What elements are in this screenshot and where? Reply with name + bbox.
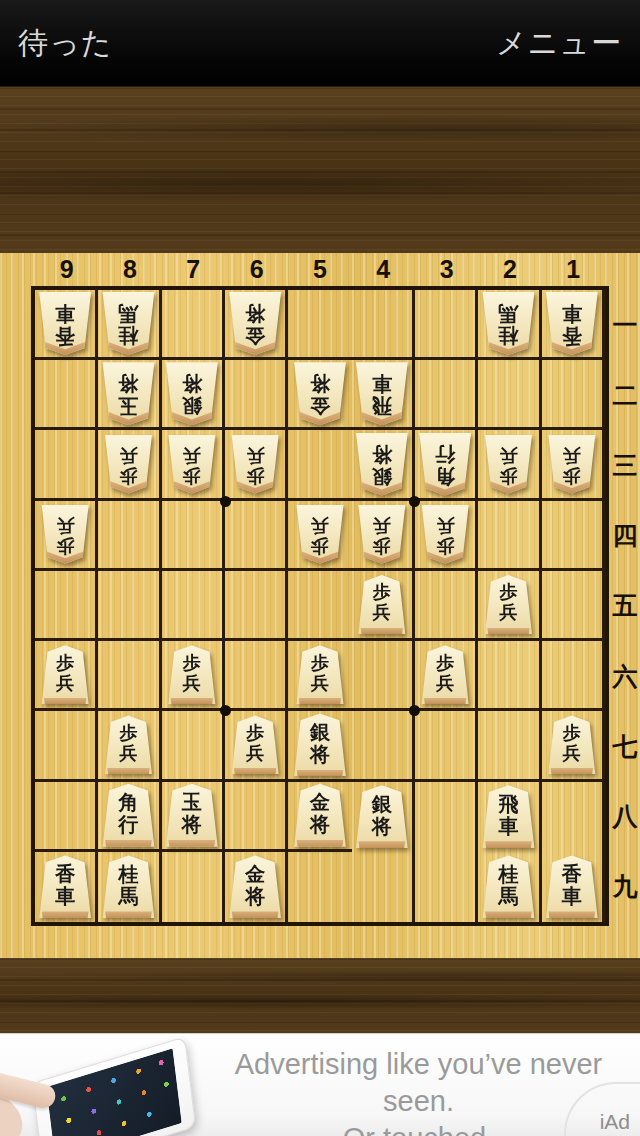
file-label-2: 2	[478, 254, 541, 284]
piece-knight-sente[interactable]: 桂馬	[101, 855, 155, 918]
board-cell-5八[interactable]: 金将	[288, 782, 351, 852]
piece-kanji: 香車	[545, 301, 599, 350]
board-cell-9七[interactable]	[35, 711, 98, 781]
board-cell-6五[interactable]	[225, 571, 288, 641]
rank-label-4: 四	[612, 501, 638, 571]
piece-kanji: 銀将	[355, 790, 409, 839]
piece-kanji: 玉将	[101, 371, 155, 420]
piece-kanji: 歩兵	[484, 444, 533, 489]
board-grid: 香車桂馬金将桂馬香車玉将銀将金将飛車歩兵歩兵歩兵銀将角行歩兵歩兵歩兵歩兵歩兵歩兵…	[31, 286, 609, 926]
board-cell-8三[interactable]: 歩兵	[98, 430, 161, 500]
rank-label-1: 一	[612, 290, 638, 360]
board-cell-9五[interactable]	[35, 571, 98, 641]
piece-bevel	[486, 628, 530, 634]
piece-bevel	[298, 698, 342, 704]
piece-kanji: 角行	[418, 442, 472, 491]
piece-kanji: 歩兵	[357, 514, 406, 559]
board-cell-4九[interactable]	[352, 852, 415, 922]
file-label-3: 3	[415, 254, 478, 284]
board-cell-6四[interactable]	[225, 501, 288, 571]
board-cell-2一[interactable]: 桂馬	[478, 290, 541, 360]
board-cell-1二[interactable]	[542, 360, 605, 430]
piece-lance-gote[interactable]: 香車	[38, 292, 92, 355]
hoshi-dot	[409, 496, 420, 507]
board-cell-5四[interactable]: 歩兵	[288, 501, 351, 571]
piece-bishop-sente[interactable]: 角行	[101, 784, 155, 847]
piece-rook-gote[interactable]: 飛車	[355, 362, 409, 425]
piece-kanji: 歩兵	[104, 444, 153, 489]
board-cell-6九[interactable]: 金将	[225, 852, 288, 922]
piece-bevel	[41, 911, 90, 918]
board-cell-7八[interactable]: 玉将	[162, 782, 225, 852]
board-cell-6三[interactable]: 歩兵	[225, 430, 288, 500]
board-cell-3二[interactable]	[415, 360, 478, 430]
piece-kanji: 飛車	[355, 371, 409, 420]
piece-kanji: 角行	[101, 789, 155, 838]
file-label-5: 5	[288, 254, 351, 284]
board-cell-1四[interactable]	[542, 501, 605, 571]
shogi-board: 9 8 7 6 5 4 3 2 1 香車桂馬金将桂馬香車玉将銀将金将飛車歩兵歩兵…	[0, 253, 640, 958]
piece-kanji: 歩兵	[167, 444, 216, 489]
rank-label-6: 六	[612, 641, 638, 711]
board-cell-7九[interactable]	[162, 852, 225, 922]
ad-line-1: Advertising like you’ve never seen.	[205, 1046, 632, 1120]
board-cell-1一[interactable]: 香車	[542, 290, 605, 360]
undo-button[interactable]: 待った	[18, 23, 112, 64]
board-cell-2六[interactable]	[478, 641, 541, 711]
piece-bevel	[358, 841, 407, 848]
board-cell-3八[interactable]	[415, 782, 478, 852]
rank-label-3: 三	[612, 430, 638, 500]
board-cell-5七[interactable]: 銀将	[288, 711, 351, 781]
piece-bevel	[168, 840, 217, 847]
piece-kanji: 飛車	[481, 790, 535, 839]
board-cell-9二[interactable]	[35, 360, 98, 430]
piece-pawn-sente[interactable]: 歩兵	[421, 645, 470, 704]
piece-bevel	[233, 768, 277, 774]
board-cell-4八[interactable]: 銀将	[352, 782, 415, 852]
board-cell-2四[interactable]	[478, 501, 541, 571]
piece-kanji: 歩兵	[231, 444, 280, 489]
piece-knight-gote[interactable]: 桂馬	[481, 292, 535, 355]
piece-bevel	[548, 911, 597, 918]
board-cell-4四[interactable]: 歩兵	[352, 501, 415, 571]
piece-pawn-gote[interactable]: 歩兵	[421, 505, 470, 564]
file-label-4: 4	[352, 254, 415, 284]
board-cell-8六[interactable]	[98, 641, 161, 711]
piece-kanji: 銀将	[165, 371, 219, 420]
board-cell-6六[interactable]	[225, 641, 288, 711]
menu-button[interactable]: メニュー	[496, 23, 622, 64]
hoshi-dot	[220, 496, 231, 507]
table-wood-top	[0, 86, 640, 254]
rank-label-2: 二	[612, 360, 638, 430]
piece-kanji: 桂馬	[481, 301, 535, 350]
iad-logo: iAd	[600, 1110, 630, 1134]
board-cell-4一[interactable]	[352, 290, 415, 360]
board-cell-5一[interactable]	[288, 290, 351, 360]
board-cell-6二[interactable]	[225, 360, 288, 430]
board-cell-6七[interactable]: 歩兵	[225, 711, 288, 781]
piece-kanji: 歩兵	[231, 720, 280, 765]
table-wood-bottom	[0, 958, 640, 1033]
board-cell-7三[interactable]: 歩兵	[162, 430, 225, 500]
board-cell-6一[interactable]: 金将	[225, 290, 288, 360]
board-cell-3三[interactable]: 角行	[415, 430, 478, 500]
board-cell-8四[interactable]	[98, 501, 161, 571]
piece-bevel	[550, 768, 594, 774]
board-cell-6八[interactable]	[225, 782, 288, 852]
piece-kanji: 歩兵	[41, 650, 90, 695]
piece-kanji: 銀将	[355, 442, 409, 491]
board-cell-8五[interactable]	[98, 571, 161, 641]
piece-knight-gote[interactable]: 桂馬	[101, 292, 155, 355]
board-cell-2八[interactable]: 飛車	[478, 782, 541, 852]
piece-bevel	[484, 841, 533, 848]
piece-pawn-sente[interactable]: 歩兵	[104, 715, 153, 774]
nav-bar: 待った メニュー	[0, 0, 640, 86]
piece-bevel	[296, 840, 345, 847]
board-cell-9四[interactable]: 歩兵	[35, 501, 98, 571]
piece-gold-sente[interactable]: 金将	[228, 855, 282, 918]
piece-kanji: 歩兵	[421, 650, 470, 695]
board-cell-8二[interactable]: 玉将	[98, 360, 161, 430]
piece-pawn-gote[interactable]: 歩兵	[547, 435, 596, 494]
board-cell-9六[interactable]: 歩兵	[35, 641, 98, 711]
piece-pawn-gote[interactable]: 歩兵	[357, 505, 406, 564]
board-cell-5二[interactable]: 金将	[288, 360, 351, 430]
piece-bevel	[104, 840, 153, 847]
board-cell-1五[interactable]	[542, 571, 605, 641]
ipad-image	[32, 1036, 196, 1136]
board-cell-2九[interactable]: 桂馬	[478, 852, 541, 922]
rank-label-9: 九	[612, 852, 638, 922]
board-cell-8九[interactable]: 桂馬	[98, 852, 161, 922]
board-cell-7二[interactable]: 銀将	[162, 360, 225, 430]
piece-kanji: 香車	[545, 860, 599, 909]
piece-kanji: 歩兵	[484, 580, 533, 625]
piece-king-sente[interactable]: 玉将	[165, 784, 219, 847]
board-cell-9九[interactable]: 香車	[35, 852, 98, 922]
ipad-screen	[46, 1048, 181, 1136]
piece-gold-gote[interactable]: 金将	[228, 292, 282, 355]
piece-king-gote[interactable]: 玉将	[101, 362, 155, 425]
piece-kanji: 歩兵	[104, 720, 153, 765]
board-cell-9八[interactable]	[35, 782, 98, 852]
piece-kanji: 歩兵	[421, 514, 470, 559]
piece-kanji: 金将	[228, 301, 282, 350]
board-cell-3九[interactable]	[415, 852, 478, 922]
board-cell-7四[interactable]	[162, 501, 225, 571]
piece-pawn-sente[interactable]: 歩兵	[41, 645, 90, 704]
file-label-9: 9	[35, 254, 98, 284]
piece-pawn-sente[interactable]: 歩兵	[167, 645, 216, 704]
board-cell-7六[interactable]: 歩兵	[162, 641, 225, 711]
piece-lance-gote[interactable]: 香車	[545, 292, 599, 355]
rank-label-7: 七	[612, 711, 638, 781]
piece-kanji: 香車	[38, 860, 92, 909]
piece-lance-sente[interactable]: 香車	[545, 855, 599, 918]
board-cell-4七[interactable]	[352, 711, 415, 781]
board-cell-5五[interactable]	[288, 571, 351, 641]
board-cell-8一[interactable]: 桂馬	[98, 290, 161, 360]
board-cell-3七[interactable]	[415, 711, 478, 781]
board-cell-7一[interactable]	[162, 290, 225, 360]
board-cell-8七[interactable]: 歩兵	[98, 711, 161, 781]
board-cell-5三[interactable]	[288, 430, 351, 500]
file-labels: 9 8 7 6 5 4 3 2 1	[35, 254, 605, 284]
piece-pawn-gote[interactable]: 歩兵	[104, 435, 153, 494]
piece-knight-sente[interactable]: 桂馬	[481, 855, 535, 918]
board-cell-9一[interactable]: 香車	[35, 290, 98, 360]
board-cell-2五[interactable]: 歩兵	[478, 571, 541, 641]
board-cell-3一[interactable]	[415, 290, 478, 360]
board-cell-1三[interactable]: 歩兵	[542, 430, 605, 500]
piece-silver-sente[interactable]: 銀将	[355, 785, 409, 848]
iad-banner[interactable]: Advertising like you’ve never seen. Or t…	[0, 1033, 640, 1136]
piece-kanji: 歩兵	[295, 514, 344, 559]
piece-kanji: 金将	[228, 860, 282, 909]
rank-label-8: 八	[612, 782, 638, 852]
piece-silver-gote[interactable]: 銀将	[165, 362, 219, 425]
piece-pawn-sente[interactable]: 歩兵	[295, 645, 344, 704]
piece-silver-sente[interactable]: 銀将	[293, 713, 347, 776]
piece-kanji: 桂馬	[481, 860, 535, 909]
piece-bevel	[360, 628, 404, 634]
piece-bevel	[231, 911, 280, 918]
piece-pawn-sente[interactable]: 歩兵	[357, 575, 406, 634]
piece-bevel	[104, 911, 153, 918]
piece-rook-sente[interactable]: 飛車	[481, 785, 535, 848]
board-cell-1八[interactable]	[542, 782, 605, 852]
piece-pawn-gote[interactable]: 歩兵	[41, 505, 90, 564]
board-cell-4三[interactable]: 銀将	[352, 430, 415, 500]
piece-pawn-gote[interactable]: 歩兵	[295, 505, 344, 564]
rank-label-5: 五	[612, 571, 638, 641]
board-cell-7五[interactable]	[162, 571, 225, 641]
piece-kanji: 歩兵	[547, 444, 596, 489]
piece-bevel	[43, 698, 87, 704]
piece-pawn-gote[interactable]: 歩兵	[231, 435, 280, 494]
piece-kanji: 歩兵	[295, 650, 344, 695]
piece-pawn-sente[interactable]: 歩兵	[547, 715, 596, 774]
piece-kanji: 歩兵	[547, 720, 596, 765]
board-cell-5六[interactable]: 歩兵	[288, 641, 351, 711]
piece-kanji: 香車	[38, 301, 92, 350]
piece-bevel	[106, 768, 150, 774]
piece-lance-sente[interactable]: 香車	[38, 855, 92, 918]
piece-bevel	[423, 698, 467, 704]
piece-kanji: 歩兵	[357, 580, 406, 625]
file-label-1: 1	[542, 254, 605, 284]
piece-kanji: 桂馬	[101, 301, 155, 350]
board-cell-1九[interactable]: 香車	[542, 852, 605, 922]
piece-gold-gote[interactable]: 金将	[293, 362, 347, 425]
board-cell-2二[interactable]	[478, 360, 541, 430]
piece-kanji: 玉将	[165, 789, 219, 838]
piece-bevel	[484, 911, 533, 918]
board-cell-2七[interactable]	[478, 711, 541, 781]
piece-kanji: 金将	[293, 371, 347, 420]
board-cell-7七[interactable]	[162, 711, 225, 781]
board-cell-4五[interactable]: 歩兵	[352, 571, 415, 641]
board-cell-3五[interactable]	[415, 571, 478, 641]
file-label-6: 6	[225, 254, 288, 284]
piece-bevel	[296, 770, 345, 777]
piece-bevel	[170, 698, 214, 704]
board-cell-9三[interactable]	[35, 430, 98, 500]
board-cell-4二[interactable]: 飛車	[352, 360, 415, 430]
piece-gold-sente[interactable]: 金将	[293, 784, 347, 847]
board-cell-3四[interactable]: 歩兵	[415, 501, 478, 571]
piece-kanji: 金将	[293, 789, 347, 838]
board-cell-5九[interactable]	[288, 852, 351, 922]
piece-kanji: 銀将	[293, 718, 347, 767]
rank-labels: 一 二 三 四 五 六 七 八 九	[612, 290, 638, 922]
board-cell-4六[interactable]	[352, 641, 415, 711]
file-label-8: 8	[98, 254, 161, 284]
board-cell-8八[interactable]: 角行	[98, 782, 161, 852]
piece-kanji: 歩兵	[167, 650, 216, 695]
piece-kanji: 桂馬	[101, 860, 155, 909]
piece-pawn-sente[interactable]: 歩兵	[231, 715, 280, 774]
piece-kanji: 歩兵	[41, 514, 90, 559]
board-cell-1六[interactable]	[542, 641, 605, 711]
board-cell-3六[interactable]: 歩兵	[415, 641, 478, 711]
piece-silver-gote[interactable]: 銀将	[355, 433, 409, 496]
piece-pawn-gote[interactable]: 歩兵	[167, 435, 216, 494]
board-cell-1七[interactable]: 歩兵	[542, 711, 605, 781]
piece-pawn-sente[interactable]: 歩兵	[484, 575, 533, 634]
app-screen: 待った メニュー 9 8 7 6 5 4 3 2 1 香車桂馬金将桂馬香車玉将銀…	[0, 0, 640, 1136]
piece-bishop-gote[interactable]: 角行	[418, 433, 472, 496]
file-label-7: 7	[162, 254, 225, 284]
piece-pawn-gote[interactable]: 歩兵	[484, 435, 533, 494]
board-cell-2三[interactable]: 歩兵	[478, 430, 541, 500]
